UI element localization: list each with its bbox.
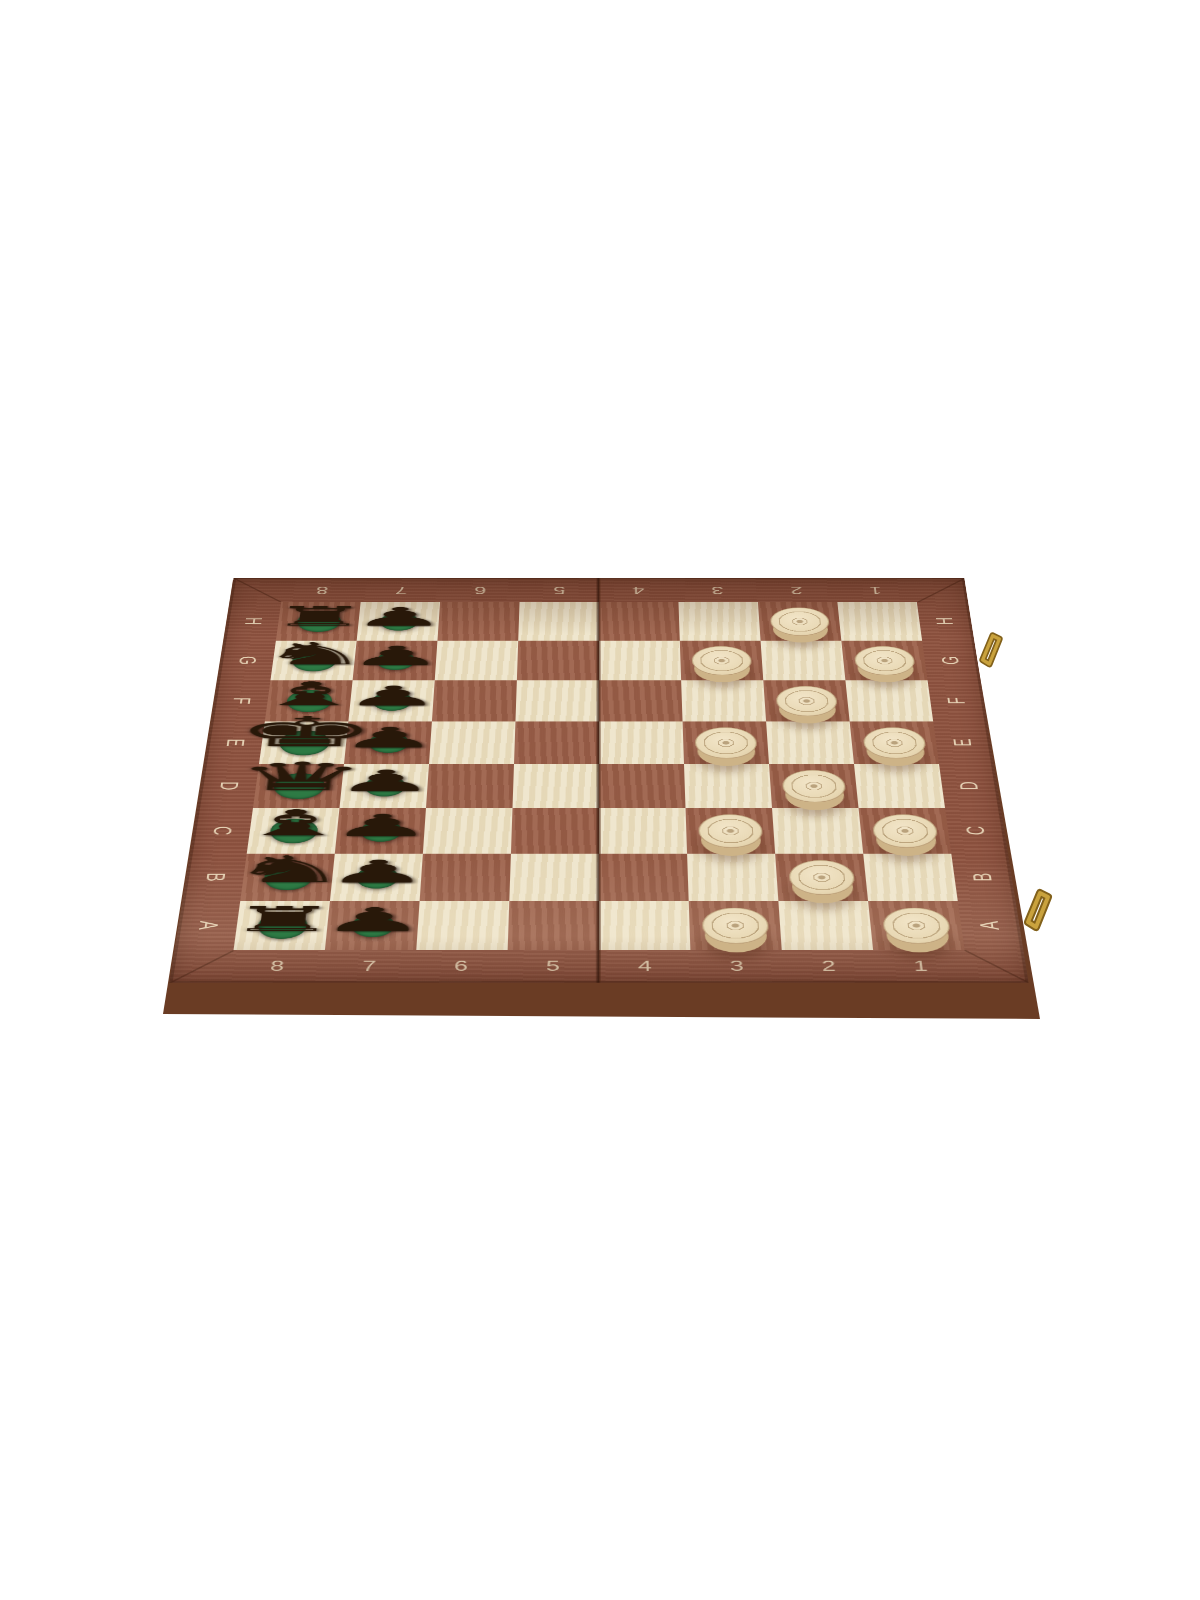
square-f1[interactable] [845,680,933,721]
file-label-right-A: A [958,901,1024,950]
square-e5[interactable] [514,721,599,764]
square-b2[interactable] [775,854,868,901]
rank-label-far-2: 2 [756,578,837,602]
file-label-right-C: C [945,808,1008,854]
square-b7[interactable] [330,854,423,901]
square-c6[interactable] [423,808,513,854]
rank-label-near-8: 8 [229,950,325,983]
rank-label-far-4: 4 [599,578,678,602]
file-label-left-B: B [182,854,247,901]
square-c7[interactable] [335,808,426,854]
chess-piece-glyph: ♟ [346,643,444,667]
square-e6[interactable] [429,721,515,764]
square-b3[interactable] [687,854,778,901]
square-a2[interactable] [778,901,873,950]
square-c5[interactable] [511,808,599,854]
rank-label-near-4: 4 [599,950,691,983]
rank-label-near-5: 5 [507,950,599,983]
mitre-corner [964,950,1028,983]
square-a6[interactable] [416,901,509,950]
square-g2[interactable] [761,641,846,681]
square-b5[interactable] [509,854,599,901]
square-f5[interactable] [515,680,599,721]
square-d2[interactable] [769,764,859,808]
square-a4[interactable] [599,901,690,950]
file-label-left-A: A [174,901,240,950]
board-scene: 87654321HHGGFFEEDDCCBBAA87654321 ♜♟♞♟♝♟♚… [0,0,1200,1600]
square-a3[interactable] [689,901,782,950]
square-c8[interactable] [247,808,340,854]
file-label-right-D: D [939,764,1001,808]
rank-label-far-7: 7 [361,578,442,602]
square-b1[interactable] [863,854,958,901]
rank-label-near-3: 3 [690,950,784,983]
file-label-right-E: E [933,721,994,764]
rank-label-far-3: 3 [678,578,758,602]
square-a8[interactable] [234,901,330,950]
square-h1[interactable] [837,602,922,640]
square-b4[interactable] [599,854,689,901]
square-a5[interactable] [508,901,599,950]
square-d4[interactable] [599,764,686,808]
square-d6[interactable] [426,764,514,808]
square-e4[interactable] [599,721,684,764]
mitre-corner [169,950,233,983]
white-checker-g3[interactable] [691,646,752,675]
file-label-right-F: F [928,680,988,721]
square-b6[interactable] [420,854,511,901]
mitre-corner [230,578,285,602]
rank-label-near-6: 6 [414,950,508,983]
file-label-right-G: G [922,641,981,681]
square-c3[interactable] [686,808,776,854]
rank-label-far-5: 5 [520,578,599,602]
mitre-corner [914,578,969,602]
square-c2[interactable] [772,808,863,854]
rank-label-far-1: 1 [835,578,917,602]
rank-label-far-6: 6 [440,578,520,602]
square-f3[interactable] [681,680,766,721]
file-label-right-B: B [951,854,1016,901]
square-c4[interactable] [599,808,687,854]
square-g4[interactable] [599,641,681,681]
square-d5[interactable] [512,764,599,808]
square-b8[interactable] [240,854,335,901]
folding-chessboard: 87654321HHGGFFEEDDCCBBAA87654321 ♜♟♞♟♝♟♚… [169,578,1029,983]
square-d1[interactable] [854,764,945,808]
rank-label-far-8: 8 [281,578,363,602]
square-g6[interactable] [435,641,518,681]
rank-label-near-7: 7 [322,950,417,983]
white-checker-e3[interactable] [694,727,757,758]
square-a1[interactable] [868,901,964,950]
rank-label-near-1: 1 [873,950,969,983]
rank-label-near-2: 2 [782,950,877,983]
square-h4[interactable] [599,602,680,640]
square-c1[interactable] [859,808,952,854]
square-g5[interactable] [517,641,599,681]
square-f4[interactable] [599,680,683,721]
square-a7[interactable] [325,901,420,950]
square-d3[interactable] [684,764,772,808]
square-f6[interactable] [432,680,517,721]
file-label-left-C: C [190,808,253,854]
chess-piece-glyph: ♟ [351,605,447,629]
chess-piece-glyph: ♟ [342,683,442,708]
square-h6[interactable] [437,602,519,640]
square-h5[interactable] [518,602,599,640]
file-label-right-H: H [917,602,975,640]
square-e2[interactable] [766,721,854,764]
square-h3[interactable] [678,602,760,640]
